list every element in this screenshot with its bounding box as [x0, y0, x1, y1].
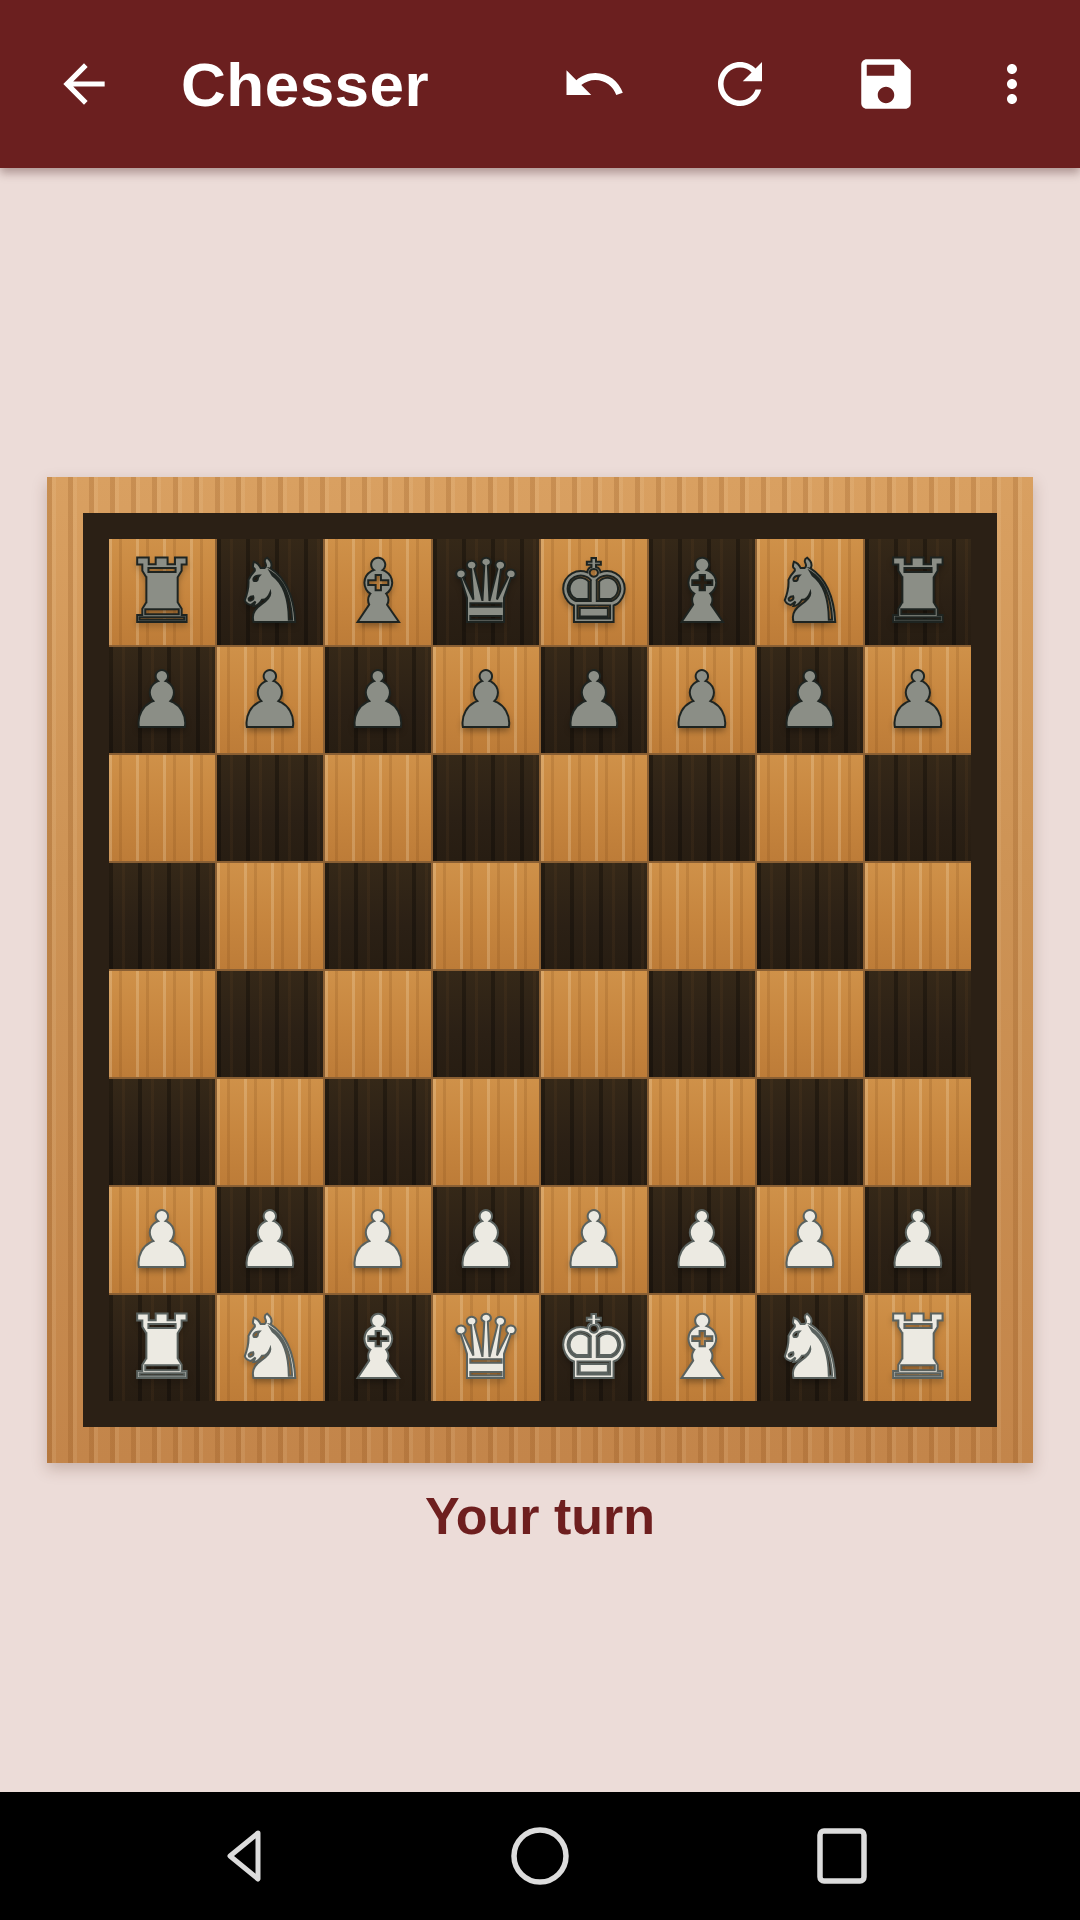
piece-black-rook[interactable]: ♜	[879, 548, 958, 636]
recents-square-icon-button[interactable]	[782, 1792, 902, 1920]
phone-screen: Chesser ♜♞♝♛♚♝♞♜♟♟♟♟♟♟♟♟♟♟♟♟♟♟♟♟♜♞♝♛♚♝♞♜	[0, 0, 1080, 1920]
home-circle-icon	[510, 1826, 570, 1886]
square-h8[interactable]: ♜	[865, 539, 971, 645]
nav-back-button[interactable]	[183, 1792, 303, 1920]
board-frame: ♜♞♝♛♚♝♞♜♟♟♟♟♟♟♟♟♟♟♟♟♟♟♟♟♜♞♝♛♚♝♞♜	[83, 513, 997, 1427]
piece-white-pawn[interactable]: ♟	[235, 1201, 305, 1279]
square-e5[interactable]	[541, 863, 647, 969]
save-button[interactable]	[853, 51, 919, 117]
square-g1[interactable]: ♞	[757, 1295, 863, 1401]
piece-white-king[interactable]: ♚	[555, 1304, 634, 1392]
square-f8[interactable]: ♝	[649, 539, 755, 645]
square-g6[interactable]	[757, 755, 863, 861]
redo-button[interactable]	[707, 51, 773, 117]
square-d4[interactable]	[433, 971, 539, 1077]
piece-black-pawn[interactable]: ♟	[343, 661, 413, 739]
square-a3[interactable]	[109, 1079, 215, 1185]
back-button[interactable]	[51, 51, 117, 117]
square-d3[interactable]	[433, 1079, 539, 1185]
square-e3[interactable]	[541, 1079, 647, 1185]
square-a8[interactable]: ♜	[109, 539, 215, 645]
more-vert-icon	[982, 54, 1042, 114]
square-f7[interactable]: ♟	[649, 647, 755, 753]
recents-square-icon	[815, 1827, 869, 1885]
square-e8[interactable]: ♚	[541, 539, 647, 645]
square-f5[interactable]	[649, 863, 755, 969]
app-title: Chesser	[181, 49, 429, 120]
square-a1[interactable]: ♜	[109, 1295, 215, 1401]
piece-white-pawn[interactable]: ♟	[883, 1201, 953, 1279]
piece-black-queen[interactable]: ♛	[447, 548, 526, 636]
square-d7[interactable]: ♟	[433, 647, 539, 753]
board-grid: ♜♞♝♛♚♝♞♜♟♟♟♟♟♟♟♟♟♟♟♟♟♟♟♟♜♞♝♛♚♝♞♜	[109, 539, 971, 1401]
square-a4[interactable]	[109, 971, 215, 1077]
piece-black-bishop[interactable]: ♝	[339, 548, 418, 636]
piece-white-pawn[interactable]: ♟	[667, 1201, 737, 1279]
square-c8[interactable]: ♝	[325, 539, 431, 645]
square-g5[interactable]	[757, 863, 863, 969]
piece-white-pawn[interactable]: ♟	[343, 1201, 413, 1279]
square-b5[interactable]	[217, 863, 323, 969]
arrow-left-icon	[53, 53, 115, 115]
piece-black-pawn[interactable]: ♟	[883, 661, 953, 739]
square-g7[interactable]: ♟	[757, 647, 863, 753]
piece-white-queen[interactable]: ♛	[447, 1304, 526, 1392]
square-e7[interactable]: ♟	[541, 647, 647, 753]
square-c7[interactable]: ♟	[325, 647, 431, 753]
square-a7[interactable]: ♟	[109, 647, 215, 753]
app-bar: Chesser	[0, 0, 1080, 168]
square-e2[interactable]: ♟	[541, 1187, 647, 1293]
square-a2[interactable]: ♟	[109, 1187, 215, 1293]
piece-white-pawn[interactable]: ♟	[451, 1201, 521, 1279]
square-e6[interactable]	[541, 755, 647, 861]
piece-white-rook[interactable]: ♜	[123, 1304, 202, 1392]
back-triangle-icon	[220, 1827, 266, 1885]
piece-white-bishop[interactable]: ♝	[339, 1304, 418, 1392]
square-d2[interactable]: ♟	[433, 1187, 539, 1293]
square-b2[interactable]: ♟	[217, 1187, 323, 1293]
square-d6[interactable]	[433, 755, 539, 861]
square-c5[interactable]	[325, 863, 431, 969]
refresh-icon	[707, 51, 773, 117]
square-d5[interactable]	[433, 863, 539, 969]
piece-white-bishop[interactable]: ♝	[663, 1304, 742, 1392]
square-h5[interactable]	[865, 863, 971, 969]
square-g4[interactable]	[757, 971, 863, 1077]
piece-black-pawn[interactable]: ♟	[667, 661, 737, 739]
piece-white-knight[interactable]: ♞	[231, 1304, 310, 1392]
square-c6[interactable]	[325, 755, 431, 861]
piece-black-pawn[interactable]: ♟	[451, 661, 521, 739]
square-b3[interactable]	[217, 1079, 323, 1185]
piece-white-rook[interactable]: ♜	[879, 1304, 958, 1392]
square-h3[interactable]	[865, 1079, 971, 1185]
square-h7[interactable]: ♟	[865, 647, 971, 753]
piece-black-pawn[interactable]: ♟	[775, 661, 845, 739]
piece-black-bishop[interactable]: ♝	[663, 548, 742, 636]
square-g3[interactable]	[757, 1079, 863, 1185]
square-f3[interactable]	[649, 1079, 755, 1185]
square-f6[interactable]	[649, 755, 755, 861]
square-b1[interactable]: ♞	[217, 1295, 323, 1401]
square-f2[interactable]: ♟	[649, 1187, 755, 1293]
piece-white-pawn[interactable]: ♟	[559, 1201, 629, 1279]
square-h1[interactable]: ♜	[865, 1295, 971, 1401]
square-a6[interactable]	[109, 755, 215, 861]
square-e1[interactable]: ♚	[541, 1295, 647, 1401]
piece-white-pawn[interactable]: ♟	[127, 1201, 197, 1279]
square-g8[interactable]: ♞	[757, 539, 863, 645]
nav-home-button[interactable]	[480, 1792, 600, 1920]
square-c2[interactable]: ♟	[325, 1187, 431, 1293]
piece-white-knight[interactable]: ♞	[771, 1304, 850, 1392]
square-c1[interactable]: ♝	[325, 1295, 431, 1401]
piece-black-pawn[interactable]: ♟	[127, 661, 197, 739]
overflow-menu-button[interactable]	[979, 51, 1045, 117]
square-h2[interactable]: ♟	[865, 1187, 971, 1293]
square-b6[interactable]	[217, 755, 323, 861]
piece-black-knight[interactable]: ♞	[231, 548, 310, 636]
undo-icon	[561, 51, 627, 117]
piece-black-pawn[interactable]: ♟	[559, 661, 629, 739]
piece-black-rook[interactable]: ♜	[123, 548, 202, 636]
piece-black-pawn[interactable]: ♟	[235, 661, 305, 739]
square-e4[interactable]	[541, 971, 647, 1077]
square-b7[interactable]: ♟	[217, 647, 323, 753]
piece-black-king[interactable]: ♚	[555, 548, 634, 636]
undo-button[interactable]	[561, 51, 627, 117]
square-f1[interactable]: ♝	[649, 1295, 755, 1401]
turn-status: Your turn	[0, 1486, 1080, 1546]
square-h6[interactable]	[865, 755, 971, 861]
piece-white-pawn[interactable]: ♟	[775, 1201, 845, 1279]
piece-black-knight[interactable]: ♞	[771, 548, 850, 636]
square-d1[interactable]: ♛	[433, 1295, 539, 1401]
android-nav-bar	[0, 1792, 1080, 1920]
square-g2[interactable]: ♟	[757, 1187, 863, 1293]
square-c4[interactable]	[325, 971, 431, 1077]
square-d8[interactable]: ♛	[433, 539, 539, 645]
square-b4[interactable]	[217, 971, 323, 1077]
square-c3[interactable]	[325, 1079, 431, 1185]
square-a5[interactable]	[109, 863, 215, 969]
chess-board[interactable]: ♜♞♝♛♚♝♞♜♟♟♟♟♟♟♟♟♟♟♟♟♟♟♟♟♜♞♝♛♚♝♞♜	[47, 477, 1033, 1463]
square-f4[interactable]	[649, 971, 755, 1077]
save-floppy-icon	[853, 51, 919, 117]
square-b8[interactable]: ♞	[217, 539, 323, 645]
square-h4[interactable]	[865, 971, 971, 1077]
